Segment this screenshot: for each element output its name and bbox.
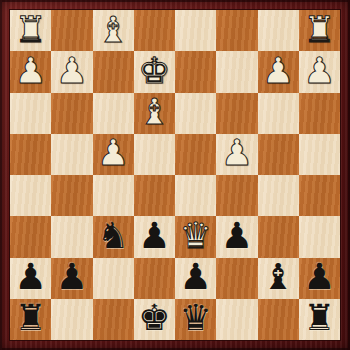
square-b3[interactable] [258, 93, 299, 134]
white-pawn[interactable]: ♟ [56, 53, 88, 89]
black-pawn[interactable]: ♟ [138, 218, 170, 254]
square-h2[interactable]: ♟ [10, 51, 51, 92]
square-c2[interactable] [216, 51, 257, 92]
white-pawn[interactable]: ♟ [221, 135, 253, 171]
square-a8[interactable]: ♜ [299, 299, 340, 340]
square-e4[interactable] [134, 134, 175, 175]
square-h3[interactable] [10, 93, 51, 134]
square-f1[interactable]: ♝ [93, 10, 134, 51]
white-pawn[interactable]: ♟ [97, 135, 129, 171]
square-d8[interactable]: ♛ [175, 299, 216, 340]
square-d5[interactable] [175, 175, 216, 216]
square-g5[interactable] [51, 175, 92, 216]
square-c3[interactable] [216, 93, 257, 134]
black-queen[interactable]: ♛ [179, 300, 211, 336]
square-g1[interactable] [51, 10, 92, 51]
square-a2[interactable]: ♟ [299, 51, 340, 92]
square-c1[interactable] [216, 10, 257, 51]
square-g7[interactable]: ♟ [51, 258, 92, 299]
square-h8[interactable]: ♜ [10, 299, 51, 340]
square-h7[interactable]: ♟ [10, 258, 51, 299]
square-f6[interactable]: ♞ [93, 216, 134, 257]
square-f2[interactable] [93, 51, 134, 92]
white-bishop[interactable]: ♝ [138, 94, 170, 130]
square-f8[interactable] [93, 299, 134, 340]
board: ♜♝♜♟♟♚♟♟♝♟♟♞♟♛♟♟♟♟♝♟♜♚♛♜ [10, 10, 340, 340]
white-bishop[interactable]: ♝ [97, 12, 129, 48]
square-d3[interactable] [175, 93, 216, 134]
square-e2[interactable]: ♚ [134, 51, 175, 92]
white-pawn[interactable]: ♟ [303, 53, 335, 89]
square-a5[interactable] [299, 175, 340, 216]
black-pawn[interactable]: ♟ [179, 259, 211, 295]
square-g6[interactable] [51, 216, 92, 257]
square-d4[interactable] [175, 134, 216, 175]
square-e5[interactable] [134, 175, 175, 216]
square-g3[interactable] [51, 93, 92, 134]
black-rook[interactable]: ♜ [14, 300, 46, 336]
square-h1[interactable]: ♜ [10, 10, 51, 51]
square-b6[interactable] [258, 216, 299, 257]
black-bishop[interactable]: ♝ [262, 259, 294, 295]
square-f4[interactable]: ♟ [93, 134, 134, 175]
white-queen[interactable]: ♛ [179, 218, 211, 254]
square-a3[interactable] [299, 93, 340, 134]
square-d2[interactable] [175, 51, 216, 92]
square-a6[interactable] [299, 216, 340, 257]
black-pawn[interactable]: ♟ [221, 218, 253, 254]
square-h6[interactable] [10, 216, 51, 257]
white-pawn[interactable]: ♟ [262, 53, 294, 89]
square-f3[interactable] [93, 93, 134, 134]
square-b8[interactable] [258, 299, 299, 340]
square-g4[interactable] [51, 134, 92, 175]
square-e3[interactable]: ♝ [134, 93, 175, 134]
square-c7[interactable] [216, 258, 257, 299]
square-e6[interactable]: ♟ [134, 216, 175, 257]
square-b2[interactable]: ♟ [258, 51, 299, 92]
square-e8[interactable]: ♚ [134, 299, 175, 340]
square-c8[interactable] [216, 299, 257, 340]
black-knight[interactable]: ♞ [97, 218, 129, 254]
board-frame: ♜♝♜♟♟♚♟♟♝♟♟♞♟♛♟♟♟♟♝♟♜♚♛♜ [0, 0, 350, 350]
square-c4[interactable]: ♟ [216, 134, 257, 175]
black-pawn[interactable]: ♟ [303, 259, 335, 295]
white-king[interactable]: ♚ [138, 53, 170, 89]
square-e7[interactable] [134, 258, 175, 299]
white-rook[interactable]: ♜ [303, 12, 335, 48]
white-rook[interactable]: ♜ [14, 12, 46, 48]
square-b7[interactable]: ♝ [258, 258, 299, 299]
square-h4[interactable] [10, 134, 51, 175]
square-d1[interactable] [175, 10, 216, 51]
square-g8[interactable] [51, 299, 92, 340]
square-b5[interactable] [258, 175, 299, 216]
square-d7[interactable]: ♟ [175, 258, 216, 299]
black-king[interactable]: ♚ [138, 300, 170, 336]
square-b1[interactable] [258, 10, 299, 51]
square-f5[interactable] [93, 175, 134, 216]
black-pawn[interactable]: ♟ [56, 259, 88, 295]
square-b4[interactable] [258, 134, 299, 175]
square-c5[interactable] [216, 175, 257, 216]
square-f7[interactable] [93, 258, 134, 299]
square-g2[interactable]: ♟ [51, 51, 92, 92]
square-a4[interactable] [299, 134, 340, 175]
black-pawn[interactable]: ♟ [14, 259, 46, 295]
white-pawn[interactable]: ♟ [14, 53, 46, 89]
square-c6[interactable]: ♟ [216, 216, 257, 257]
square-e1[interactable] [134, 10, 175, 51]
square-a1[interactable]: ♜ [299, 10, 340, 51]
square-a7[interactable]: ♟ [299, 258, 340, 299]
black-rook[interactable]: ♜ [303, 300, 335, 336]
square-h5[interactable] [10, 175, 51, 216]
square-d6[interactable]: ♛ [175, 216, 216, 257]
